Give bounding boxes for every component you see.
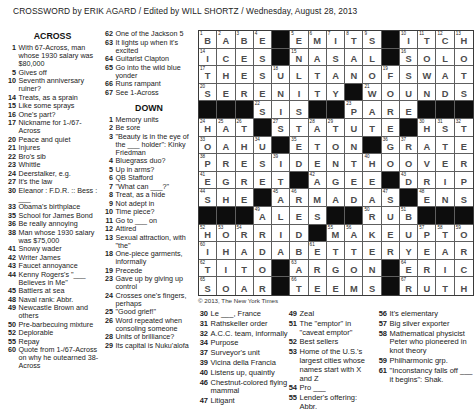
cell-letter: E: [382, 231, 399, 241]
black-cell: [436, 101, 454, 119]
across-clue-21: 21Injures: [5, 144, 100, 152]
letter-cell: L: [363, 49, 381, 67]
letter-cell: I: [217, 260, 235, 278]
letter-cell: 21W: [363, 84, 381, 102]
letter-cell: 46R: [290, 189, 308, 207]
letter-cell: 49A: [254, 207, 272, 225]
letter-cell: 14I: [199, 49, 217, 67]
cell-letter: R: [382, 248, 399, 258]
letter-cell: 12C: [436, 31, 454, 49]
down-clue-list-2: 30Le ___, France31Rathskeller order32A.C…: [197, 310, 288, 407]
cell-letter: H: [199, 125, 216, 135]
clue-text: See 1-Across: [116, 89, 197, 97]
across-clue-62: 62One of the Jackson 5: [102, 30, 196, 38]
cell-letter: O: [254, 266, 271, 276]
down-clue-24: 24Crosses one's fingers, perhaps: [102, 292, 196, 308]
letter-cell: E: [309, 277, 327, 295]
letter-cell: T: [327, 242, 345, 260]
letter-cell: H: [217, 189, 235, 207]
clue-number: 60: [5, 346, 16, 370]
letter-cell: T: [236, 260, 254, 278]
clue-number: 34: [197, 339, 208, 348]
cell-letter: O: [400, 160, 417, 170]
letter-cell: R: [217, 154, 235, 172]
letter-cell: 38P: [199, 154, 217, 172]
clue-number: 58: [376, 330, 387, 356]
cell-letter: S: [290, 108, 307, 118]
cell-letter: R: [382, 108, 399, 118]
cell-number: 22: [255, 101, 260, 106]
clue-number: 21: [5, 144, 16, 152]
black-cell: [309, 101, 327, 119]
cell-letter: R: [363, 213, 380, 223]
letter-cell: 29T: [327, 119, 345, 137]
letter-cell: 59O: [455, 225, 473, 243]
clue-number: 31: [197, 320, 208, 329]
clue-text: Like some sprays: [19, 102, 101, 110]
letter-cell: 54R: [236, 225, 254, 243]
letter-cell: 27S: [272, 119, 290, 137]
cell-letter: D: [254, 248, 271, 258]
letter-cell: R: [236, 84, 254, 102]
clue-text: Injures: [19, 144, 101, 152]
black-cell: [217, 101, 235, 119]
cell-letter: R: [217, 160, 234, 170]
cell-letter: T: [309, 72, 326, 82]
letter-cell: A: [436, 242, 454, 260]
clue-text: Sexual attraction, with "the": [116, 234, 197, 250]
letter-cell: D: [436, 84, 454, 102]
clue-text: Man whose 1930 salary was $75,000: [19, 229, 101, 245]
letter-cell: G: [327, 172, 345, 190]
letter-cell: 30H: [418, 119, 436, 137]
clue-text: Home of the U.S.'s largest cities whose …: [300, 348, 376, 383]
cell-letter: N: [290, 55, 307, 65]
cell-letter: S: [327, 55, 344, 65]
down-clue-37: 37Surveyor's unit: [197, 349, 288, 358]
clue-text: Eleanor : F.D.R. :: Bess : ___: [19, 187, 101, 203]
cell-letter: E: [236, 196, 253, 206]
down-clue-47: 47Litigant: [197, 397, 288, 406]
letter-cell: H: [217, 66, 235, 84]
clue-text: A.C.C. team, informally: [211, 330, 289, 339]
letter-cell: A: [327, 66, 345, 84]
cell-letter: T: [199, 72, 216, 82]
cell-letter: E: [290, 213, 307, 223]
black-cell: [436, 207, 454, 225]
letter-cell: E: [382, 119, 400, 137]
letter-cell: C: [217, 49, 235, 67]
across-clue-49: 49Newcastle Brown and others: [5, 304, 100, 320]
clue-number: 43: [5, 262, 16, 270]
clue-text: The "emptor" in "caveat emptor": [300, 320, 376, 338]
letter-cell: D: [290, 154, 308, 172]
down-clue-28: 28Units of brilliance?: [102, 333, 196, 341]
clue-text: Chestnut-colored flying mammal: [211, 379, 289, 397]
letter-cell: 66T: [290, 277, 308, 295]
clue-number: 30: [197, 310, 208, 319]
letter-cell: V: [418, 154, 436, 172]
cell-letter: T: [309, 143, 326, 153]
letter-cell: 57P: [418, 225, 436, 243]
cell-letter: S: [309, 213, 326, 223]
cell-letter: R: [254, 285, 271, 295]
cell-letter: G: [217, 178, 234, 188]
letter-cell: G: [327, 260, 345, 278]
clue-text: Le ___, France: [211, 310, 289, 319]
clue-number: 65: [102, 64, 113, 80]
cell-letter: I: [272, 160, 289, 170]
cell-letter: E: [363, 178, 380, 188]
cell-letter: E: [254, 178, 271, 188]
down-header: DOWN: [102, 103, 196, 113]
clue-text: Deplorable: [19, 329, 101, 337]
black-cell: [382, 260, 400, 278]
down-clue-10: 10Time piece?: [102, 208, 196, 216]
cell-letter: T: [236, 266, 253, 276]
cell-letter: P: [345, 108, 362, 118]
letter-cell: N: [345, 137, 363, 155]
cell-letter: H: [455, 37, 473, 47]
clue-number: 52: [286, 338, 297, 347]
cell-letter: I: [217, 266, 234, 276]
letter-cell: S: [455, 189, 473, 207]
cell-letter: A: [327, 72, 344, 82]
cell-letter: T: [363, 125, 380, 135]
cell-letter: D: [345, 196, 362, 206]
cell-letter: N: [345, 143, 362, 153]
clue-number: 6: [102, 174, 113, 182]
letter-cell: E: [418, 242, 436, 260]
letter-cell: K: [363, 225, 381, 243]
cell-number: 23: [346, 101, 351, 106]
clue-text: Lender's offering: Abbr.: [300, 394, 376, 412]
cell-letter: A: [327, 196, 344, 206]
clue-number: 45: [5, 287, 16, 295]
cell-number: 44: [200, 189, 205, 194]
down-clue-25: 25"Good grief!": [102, 308, 196, 316]
down-clue-57: 57Big silver exporter: [376, 320, 473, 329]
cell-letter: E: [309, 285, 326, 295]
letter-cell: U: [400, 225, 418, 243]
clue-text: Philharmonic grp.: [390, 357, 474, 366]
cell-number: 1: [200, 31, 203, 36]
letter-cell: E: [363, 172, 381, 190]
cell-letter: M: [345, 285, 362, 295]
clue-text: Newcastle Brown and others: [19, 304, 101, 320]
cell-letter: V: [418, 160, 435, 170]
cell-letter: A: [363, 108, 380, 118]
cell-letter: N: [436, 196, 453, 206]
cell-letter: H: [418, 125, 435, 135]
cell-letter: E: [382, 125, 399, 135]
letter-cell: A: [345, 49, 363, 67]
cell-letter: P: [418, 231, 435, 241]
cell-letter: E: [400, 266, 417, 276]
letter-cell: T: [455, 66, 473, 84]
letter-cell: T: [309, 137, 327, 155]
black-cell: [199, 207, 217, 225]
clue-text: "Good grief!": [116, 308, 197, 316]
letter-cell: E: [254, 84, 272, 102]
cell-number: 60: [200, 242, 205, 247]
cell-letter: R: [290, 196, 307, 206]
cell-letter: O: [327, 143, 344, 153]
letter-cell: 25A: [217, 119, 235, 137]
cell-letter: D: [436, 90, 453, 100]
clue-number: 61: [376, 367, 387, 385]
letter-cell: R: [382, 101, 400, 119]
down-clue-59: 59Philharmonic grp.: [376, 357, 473, 366]
across-clue-15: 15Like some sprays: [5, 102, 100, 110]
letter-cell: S: [327, 49, 345, 67]
letter-cell: U: [345, 119, 363, 137]
letter-cell: 56A: [345, 225, 363, 243]
clue-number: 39: [197, 359, 208, 368]
clue-number: 1: [5, 44, 16, 68]
clue-text: Snowy wader: [19, 245, 101, 253]
clue-number: 10: [5, 77, 16, 93]
cell-letter: Y: [400, 248, 417, 258]
cell-number: 14: [200, 49, 205, 54]
letter-cell: R: [309, 260, 327, 278]
cell-letter: I: [272, 108, 289, 118]
clue-number: 2: [102, 124, 113, 132]
letter-cell: E: [236, 154, 254, 172]
cell-letter: E: [455, 143, 473, 153]
cell-letter: E: [345, 178, 362, 188]
clue-number: 49: [286, 310, 297, 319]
cell-letter: G: [327, 266, 344, 276]
letter-cell: H: [217, 242, 235, 260]
across-clue-17: 17Nickname for 1-/67-Across: [5, 119, 100, 135]
across-clue-43: 43Faucet annoyance: [5, 262, 100, 270]
cell-letter: A: [345, 55, 362, 65]
cell-letter: S: [254, 108, 271, 118]
letter-cell: N: [436, 189, 454, 207]
letter-cell: E: [436, 154, 454, 172]
cell-letter: O: [382, 90, 399, 100]
clue-text: Zeal: [300, 310, 376, 319]
down-clue-31: 31Rathskeller order: [197, 320, 288, 329]
letter-cell: S: [455, 84, 473, 102]
black-cell: [418, 101, 436, 119]
clue-text: It's elementary: [390, 310, 474, 319]
letter-cell: 41E: [199, 172, 217, 190]
across-clue-63: 63It lights up when it's excited: [102, 39, 196, 55]
black-cell: [254, 189, 272, 207]
cell-letter: A: [363, 196, 380, 206]
letter-cell: G: [217, 172, 235, 190]
letter-cell: Y: [400, 242, 418, 260]
cell-letter: H: [217, 248, 234, 258]
across-clue-36: 36Be really annoying: [5, 220, 100, 228]
clue-text: Litigant: [211, 397, 289, 406]
down-clue-29: 29Its capital is Nuku'alofa: [102, 342, 196, 350]
cell-letter: R: [309, 266, 326, 276]
cell-letter: U: [345, 125, 362, 135]
clue-number: 44: [5, 271, 16, 287]
clue-text: Purpose: [211, 339, 289, 348]
cell-letter: E: [436, 160, 453, 170]
clue-text: Go into the wild blue yonder: [116, 64, 197, 80]
letter-cell: E: [236, 66, 254, 84]
black-cell: [400, 119, 418, 137]
black-cell: [327, 207, 345, 225]
cell-letter: A: [418, 143, 435, 153]
cell-letter: R: [236, 90, 253, 100]
letter-cell: M: [345, 277, 363, 295]
letter-cell: 37R: [400, 137, 418, 155]
black-cell: [272, 260, 290, 278]
letter-cell: H: [236, 137, 254, 155]
clue-text: "Inconstancy falls off ___ it begins": S…: [390, 367, 474, 385]
cell-letter: H: [455, 285, 473, 295]
clue-text: It's the law: [19, 178, 101, 186]
cell-letter: R: [254, 231, 271, 241]
cell-number: 67: [401, 277, 406, 282]
clue-number: 25: [102, 308, 113, 316]
cell-letter: A: [309, 125, 326, 135]
cell-letter: D: [290, 160, 307, 170]
across-header: ACROSS: [5, 31, 100, 41]
cell-letter: R: [400, 143, 417, 153]
across-clue-27: 27It's the law: [5, 178, 100, 186]
across-clue-list-1: 1With 67-Across, man whose 1930 salary w…: [5, 44, 100, 370]
cell-letter: I: [400, 37, 417, 47]
letter-cell: L: [290, 66, 308, 84]
down-clue-18: 18One-piece garments, informally: [102, 250, 196, 266]
clue-text: Surveyor's unit: [211, 349, 289, 358]
clue-number: 8: [102, 191, 113, 199]
clue-text: It lights up when it's excited: [116, 39, 197, 55]
cell-letter: U: [400, 231, 417, 241]
cell-letter: T: [290, 125, 307, 135]
letter-cell: T: [290, 119, 308, 137]
cell-letter: I: [290, 90, 307, 100]
letter-cell: R: [236, 172, 254, 190]
cell-letter: A: [309, 178, 326, 188]
letter-cell: 39I: [272, 154, 290, 172]
letter-cell: 67R: [400, 277, 418, 295]
letter-cell: A: [272, 242, 290, 260]
letter-cell: A: [418, 137, 436, 155]
cell-letter: R: [400, 285, 417, 295]
cell-letter: O: [455, 231, 473, 241]
letter-cell: A: [363, 189, 381, 207]
letter-cell: B: [290, 242, 308, 260]
cell-letter: T: [436, 285, 453, 295]
letter-cell: 33O: [199, 137, 217, 155]
letter-cell: Y: [327, 84, 345, 102]
cell-letter: Y: [327, 90, 344, 100]
letter-cell: 45A: [272, 189, 290, 207]
across-clue-66: 66Runs rampant: [102, 80, 196, 88]
cell-letter: A: [236, 285, 253, 295]
letter-cell: R: [254, 225, 272, 243]
clue-text: Units of brilliance?: [116, 333, 197, 341]
clue-text: Crosses one's fingers, perhaps: [116, 292, 197, 308]
cell-letter: R: [455, 160, 473, 170]
across-clue-list-2: 62One of the Jackson 563It lights up whe…: [102, 30, 196, 97]
letter-cell: S: [290, 101, 308, 119]
down-clue-40: 40Listens up, quaintly: [197, 369, 288, 378]
cell-letter: E: [199, 178, 216, 188]
clue-number: 47: [197, 397, 208, 406]
clue-text: Word repeated when consoling someone: [116, 317, 197, 333]
clue-number: 59: [376, 357, 387, 366]
cell-letter: K: [363, 231, 380, 241]
letter-cell: T: [436, 277, 454, 295]
cell-letter: S: [199, 196, 216, 206]
cell-letter: S: [363, 37, 380, 47]
black-cell: [327, 101, 345, 119]
clue-number: 23: [102, 275, 113, 291]
cell-letter: A: [436, 248, 453, 258]
clue-text: Be sore: [116, 124, 197, 132]
cell-letter: S: [199, 90, 216, 100]
cell-letter: H: [363, 160, 380, 170]
down-clue-34: 34Purpose: [197, 339, 288, 348]
clue-text: Its capital is Nuku'alofa: [116, 342, 197, 350]
cell-letter: C: [217, 55, 234, 65]
cell-letter: D: [400, 178, 417, 188]
letter-cell: 31S: [436, 119, 454, 137]
black-cell: [400, 189, 418, 207]
letter-cell: T: [309, 66, 327, 84]
clue-number: 55: [286, 394, 297, 412]
cell-letter: T: [455, 72, 473, 82]
down-clue-51: 51The "emptor" in "caveat emptor": [286, 320, 375, 338]
down-clue-55: 55Lender's offering: Abbr.: [286, 394, 375, 412]
cell-letter: T: [290, 285, 307, 295]
letter-cell: A: [436, 66, 454, 84]
across-clue-30: 30Eleanor : F.D.R. :: Bess : ___: [5, 187, 100, 203]
letter-cell: I: [436, 172, 454, 190]
clue-number: 17: [5, 119, 16, 135]
clue-text: Time piece?: [116, 208, 197, 216]
clue-number: 36: [5, 220, 16, 228]
letter-cell: E: [217, 84, 235, 102]
clue-number: 41: [5, 245, 16, 253]
letter-cell: 23P: [345, 101, 363, 119]
letter-cell: 20S: [199, 84, 217, 102]
cell-letter: H: [217, 196, 234, 206]
letter-cell: 65S: [199, 277, 217, 295]
letter-cell: S: [254, 49, 272, 67]
black-cell: [236, 101, 254, 119]
clue-text: One-piece garments, informally: [116, 250, 197, 266]
cell-letter: R: [418, 178, 435, 188]
clue-number: 28: [102, 333, 113, 341]
across-clue-1: 1With 67-Across, man whose 1930 salary w…: [5, 44, 100, 68]
cell-letter: M: [327, 231, 344, 241]
letter-cell: 58T: [436, 225, 454, 243]
letter-cell: O: [254, 260, 272, 278]
across-clue-44: 44Kenny Rogers's "___ Believes in Me": [5, 271, 100, 287]
clue-number: 56: [376, 310, 387, 319]
cell-letter: W: [363, 90, 380, 100]
cell-letter: S: [254, 160, 271, 170]
black-cell: [455, 101, 473, 119]
letter-cell: 3B: [236, 31, 254, 49]
clue-number: 13: [102, 234, 113, 250]
clue-number: 64: [102, 55, 113, 63]
letter-cell: E: [254, 172, 272, 190]
cell-letter: E: [418, 196, 435, 206]
cell-letter: A: [290, 266, 307, 276]
letter-cell: 7I: [327, 31, 345, 49]
